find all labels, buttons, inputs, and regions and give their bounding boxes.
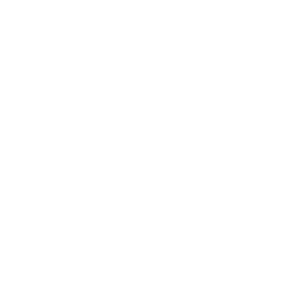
chess-board bbox=[0, 0, 288, 288]
chess-diagram bbox=[0, 0, 288, 288]
